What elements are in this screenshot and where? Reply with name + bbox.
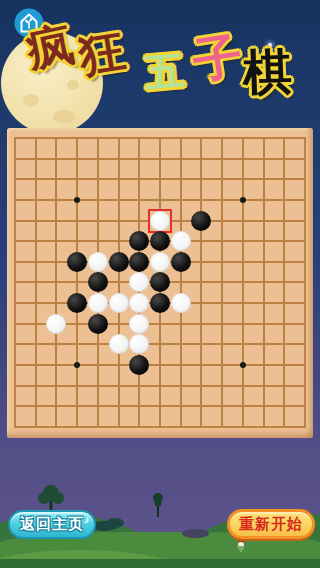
restart-button[interactable]: 重新开始 (227, 509, 315, 539)
stone-white (129, 293, 149, 313)
title-char: 狂 (76, 27, 129, 80)
grass-dark-strip (0, 559, 320, 568)
title-char: 五 (143, 50, 185, 92)
stone-black (129, 252, 149, 272)
title-char: 疯 (23, 20, 78, 75)
stone-white (88, 252, 108, 272)
stone-black (67, 252, 87, 272)
home-button[interactable]: 返回主页 (8, 510, 96, 539)
board-grid[interactable] (14, 137, 306, 428)
stone-white (150, 252, 170, 272)
stone-white (129, 314, 149, 334)
stone-white (109, 293, 129, 313)
stone-white (150, 211, 170, 231)
moon-crater (23, 94, 39, 107)
stone-white (46, 314, 66, 334)
stone-black (171, 252, 191, 272)
title-char: 子 (189, 30, 245, 86)
stone-white (109, 334, 129, 354)
star-point (74, 197, 80, 203)
stone-white (129, 334, 149, 354)
title-char: 棋 (242, 47, 293, 98)
moon-crater (67, 80, 79, 90)
stone-black (150, 272, 170, 292)
stone-black (191, 211, 211, 231)
star-point (240, 362, 246, 368)
stone-black (129, 355, 149, 375)
stone-white (171, 293, 191, 313)
stone-black (150, 231, 170, 251)
stone-black (109, 252, 129, 272)
stone-white (171, 231, 191, 251)
stone-black (88, 272, 108, 292)
star-point (240, 197, 246, 203)
gomoku-board[interactable] (7, 128, 313, 438)
game-screen: 疯 狂 五 子 棋 返回主页 重新开始 (0, 0, 320, 568)
stone-black (88, 314, 108, 334)
moon-crater (53, 110, 75, 124)
star-point (74, 362, 80, 368)
tree-icon (150, 492, 166, 522)
stone-black (129, 231, 149, 251)
stone-black (150, 293, 170, 313)
tiny-character (235, 537, 247, 553)
stone-white (129, 272, 149, 292)
stone-black (67, 293, 87, 313)
stone-white (88, 293, 108, 313)
rock (182, 529, 209, 538)
